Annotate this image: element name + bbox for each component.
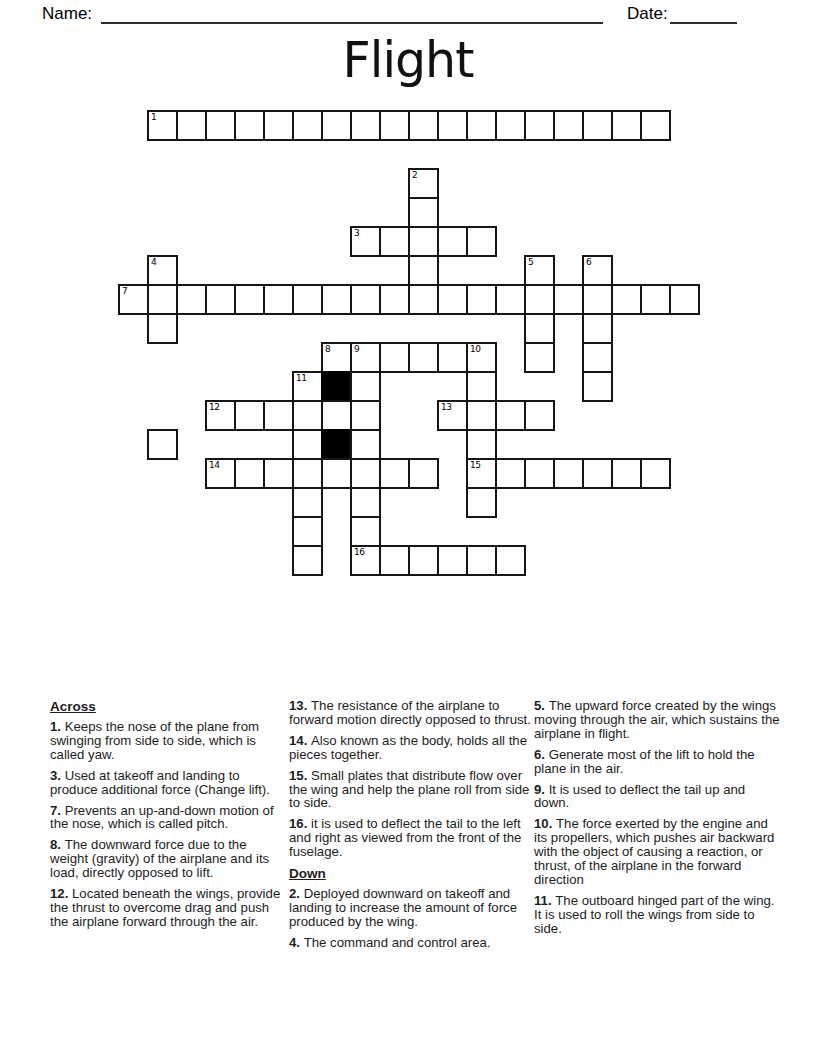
grid-cell[interactable] xyxy=(350,371,381,402)
across-clues-list-continued: 13. The resistance of the airplane to fo… xyxy=(289,699,534,859)
grid-cell[interactable] xyxy=(553,458,584,489)
grid-cell[interactable]: 12 xyxy=(205,400,236,431)
grid-cell[interactable] xyxy=(466,284,497,315)
grid-cell[interactable]: 13 xyxy=(437,400,468,431)
clue-number: 1 xyxy=(151,112,156,122)
clue-number: 5 xyxy=(528,257,533,267)
grid-cell[interactable] xyxy=(292,545,323,576)
grid-cell[interactable] xyxy=(640,110,671,141)
across-header: Across xyxy=(50,699,287,714)
grid-cell[interactable] xyxy=(524,342,555,373)
grid-cell[interactable] xyxy=(524,458,555,489)
grid-cell[interactable] xyxy=(176,284,207,315)
grid-cell[interactable] xyxy=(437,342,468,373)
grid-cell[interactable]: 14 xyxy=(205,458,236,489)
grid-cell[interactable] xyxy=(437,284,468,315)
grid-cell[interactable] xyxy=(466,487,497,518)
clue-down-9: 9. It is used to deflect the tail up and… xyxy=(534,783,782,811)
grid-cell[interactable] xyxy=(611,110,642,141)
grid-cell[interactable] xyxy=(379,284,410,315)
grid-cell[interactable] xyxy=(350,400,381,431)
grid-cell[interactable] xyxy=(321,110,352,141)
down-clues-list-continued: 5. The upward force created by the wings… xyxy=(534,699,782,936)
grid-cell[interactable] xyxy=(669,284,700,315)
grid-cell[interactable] xyxy=(495,458,526,489)
grid-cell[interactable] xyxy=(466,110,497,141)
grid-cell[interactable] xyxy=(437,110,468,141)
grid-cell[interactable] xyxy=(263,284,294,315)
grid-cell[interactable] xyxy=(321,400,352,431)
grid-cell[interactable]: 2 xyxy=(408,168,439,199)
grid-cell[interactable] xyxy=(524,313,555,344)
clue-number: 16 xyxy=(354,547,364,557)
grid-cell[interactable] xyxy=(205,284,236,315)
grid-cell[interactable]: 6 xyxy=(582,255,613,286)
grid-cell[interactable] xyxy=(524,110,555,141)
clue-across-14: 14. Also known as the body, holds all th… xyxy=(289,734,534,762)
clue-across-13: 13. The resistance of the airplane to fo… xyxy=(289,699,534,727)
date-input-line[interactable] xyxy=(670,6,737,24)
grid-cell[interactable] xyxy=(582,313,613,344)
clue-number: 13 xyxy=(441,402,451,412)
blocked-cell xyxy=(321,371,352,402)
date-label: Date: xyxy=(627,4,668,24)
grid-cell[interactable]: 15 xyxy=(466,458,497,489)
grid-cell[interactable] xyxy=(147,313,178,344)
crossword-grid: 12345678910111213141516 xyxy=(118,110,700,576)
grid-cell[interactable] xyxy=(640,284,671,315)
grid-cell[interactable] xyxy=(350,429,381,460)
clue-number: 15 xyxy=(470,460,480,470)
grid-cell[interactable] xyxy=(582,458,613,489)
clue-column-3: 5. The upward force created by the wings… xyxy=(534,699,782,943)
grid-cell[interactable] xyxy=(582,371,613,402)
grid-cell[interactable] xyxy=(408,197,439,228)
grid-cell[interactable]: 8 xyxy=(321,342,352,373)
grid-cell[interactable] xyxy=(147,284,178,315)
grid-cell[interactable] xyxy=(495,110,526,141)
clue-number: 14 xyxy=(209,460,219,470)
grid-cell[interactable] xyxy=(321,284,352,315)
grid-cell[interactable] xyxy=(292,110,323,141)
grid-cell[interactable]: 7 xyxy=(118,284,149,315)
down-header: Down xyxy=(289,866,534,881)
grid-cell[interactable] xyxy=(379,342,410,373)
grid-cell[interactable] xyxy=(234,400,265,431)
grid-cell[interactable] xyxy=(379,545,410,576)
grid-cell[interactable]: 1 xyxy=(147,110,178,141)
grid-cell[interactable] xyxy=(582,342,613,373)
clue-number: 12 xyxy=(209,402,219,412)
grid-cell[interactable] xyxy=(292,516,323,547)
grid-cell[interactable] xyxy=(466,371,497,402)
clue-down-4: 4. The command and control area. xyxy=(289,936,534,950)
grid-cell[interactable] xyxy=(553,110,584,141)
name-label: Name: xyxy=(42,4,92,24)
grid-cell[interactable]: 3 xyxy=(350,226,381,257)
grid-cell[interactable] xyxy=(292,458,323,489)
clue-down-6: 6. Generate most of the lift to hold the… xyxy=(534,748,782,776)
grid-cell[interactable] xyxy=(466,429,497,460)
grid-cell[interactable]: 11 xyxy=(292,371,323,402)
clue-across-15: 15. Small plates that distribute flow ov… xyxy=(289,769,534,811)
grid-cell[interactable]: 5 xyxy=(524,255,555,286)
down-clues-list: 2. Deployed downward on takeoff and land… xyxy=(289,887,534,950)
grid-cell[interactable] xyxy=(553,284,584,315)
clue-down-2: 2. Deployed downward on takeoff and land… xyxy=(289,887,534,929)
grid-cell[interactable] xyxy=(234,458,265,489)
clue-number: 9 xyxy=(354,344,359,354)
grid-cell[interactable] xyxy=(263,458,294,489)
clue-down-5: 5. The upward force created by the wings… xyxy=(534,699,782,741)
name-input-line[interactable] xyxy=(101,6,603,24)
blocked-cell xyxy=(321,429,352,460)
grid-cell[interactable] xyxy=(176,110,207,141)
grid-cell[interactable] xyxy=(408,284,439,315)
grid-cell[interactable] xyxy=(611,284,642,315)
grid-cell[interactable] xyxy=(437,226,468,257)
grid-cell[interactable] xyxy=(350,487,381,518)
clue-down-10: 10. The force exerted by the engine and … xyxy=(534,817,782,887)
grid-cell[interactable] xyxy=(350,516,381,547)
clue-number: 6 xyxy=(586,257,591,267)
grid-cell[interactable] xyxy=(292,429,323,460)
grid-cell[interactable] xyxy=(495,545,526,576)
grid-cell[interactable] xyxy=(640,458,671,489)
grid-cell[interactable]: 4 xyxy=(147,255,178,286)
clue-number: 11 xyxy=(296,373,306,383)
clue-number: 10 xyxy=(470,344,480,354)
grid-cell[interactable] xyxy=(292,487,323,518)
grid-cell[interactable] xyxy=(205,110,236,141)
clue-across-16: 16. it is used to deflect the tail to th… xyxy=(289,817,534,859)
grid-cell[interactable] xyxy=(408,110,439,141)
grid-cell[interactable] xyxy=(437,545,468,576)
clue-across-7: 7. Prevents an up-and-down motion of the… xyxy=(50,804,287,832)
clue-column-1: Across 1. Keeps the nose of the plane fr… xyxy=(50,699,287,936)
clue-across-12: 12. Located beneath the wings, provide t… xyxy=(50,887,287,929)
clue-number: 3 xyxy=(354,228,359,238)
grid-cell[interactable] xyxy=(350,110,381,141)
grid-cell[interactable] xyxy=(350,458,381,489)
grid-cell[interactable] xyxy=(263,400,294,431)
grid-cell[interactable] xyxy=(234,110,265,141)
grid-cell[interactable] xyxy=(321,458,352,489)
grid-cell[interactable] xyxy=(408,342,439,373)
clue-across-8: 8. The downward force due to the weight … xyxy=(50,838,287,880)
clue-number: 8 xyxy=(325,344,330,354)
grid-cell[interactable] xyxy=(611,458,642,489)
grid-cell[interactable] xyxy=(466,400,497,431)
clue-number: 7 xyxy=(122,286,127,296)
grid-cell[interactable] xyxy=(379,110,410,141)
grid-cell[interactable]: 16 xyxy=(350,545,381,576)
clue-across-1: 1. Keeps the nose of the plane from swin… xyxy=(50,720,287,762)
grid-cell[interactable]: 10 xyxy=(466,342,497,373)
grid-cell[interactable] xyxy=(582,284,613,315)
grid-cell[interactable] xyxy=(408,255,439,286)
clue-down-11: 11. The outboard hinged part of the wing… xyxy=(534,894,782,936)
grid-cell[interactable] xyxy=(524,284,555,315)
clue-number: 2 xyxy=(412,170,417,180)
grid-cell[interactable] xyxy=(495,284,526,315)
grid-cell[interactable] xyxy=(495,400,526,431)
grid-cell[interactable] xyxy=(408,458,439,489)
grid-cell[interactable] xyxy=(408,545,439,576)
grid-cell[interactable] xyxy=(466,226,497,257)
grid-cell[interactable]: 9 xyxy=(350,342,381,373)
page-title: Flight xyxy=(0,32,816,89)
grid-cell[interactable] xyxy=(466,545,497,576)
clue-number: 4 xyxy=(151,257,156,267)
grid-cell[interactable] xyxy=(147,429,178,460)
grid-cell[interactable] xyxy=(234,284,265,315)
grid-cell[interactable] xyxy=(263,110,294,141)
grid-cell[interactable] xyxy=(582,110,613,141)
grid-cell[interactable] xyxy=(408,226,439,257)
grid-cell[interactable] xyxy=(292,284,323,315)
clue-column-2: 13. The resistance of the airplane to fo… xyxy=(289,699,534,957)
grid-cell[interactable] xyxy=(379,226,410,257)
grid-cell[interactable] xyxy=(350,284,381,315)
grid-cell[interactable] xyxy=(524,400,555,431)
grid-cell[interactable] xyxy=(379,458,410,489)
grid-cell[interactable] xyxy=(292,400,323,431)
across-clues-list: 1. Keeps the nose of the plane from swin… xyxy=(50,720,287,929)
clue-across-3: 3. Used at takeoff and landing to produc… xyxy=(50,769,287,797)
